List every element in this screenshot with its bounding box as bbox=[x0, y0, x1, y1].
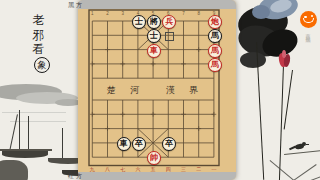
file-number-bottom: 一 bbox=[208, 166, 220, 172]
logo-smile-icon bbox=[303, 18, 314, 23]
seal-character: 象 bbox=[34, 57, 50, 73]
lotus-flower-blue bbox=[252, 5, 270, 19]
video-frame: 象 西瓜视频 黑方 红方 楚 河 漢 界 bbox=[0, 0, 320, 180]
piece-red-馬[interactable]: 馬 bbox=[208, 58, 222, 72]
boat-mast bbox=[62, 128, 63, 160]
file-number-top: 2 bbox=[102, 11, 114, 16]
xigua-video-logo-icon bbox=[300, 11, 317, 28]
last-move-from-marker bbox=[165, 32, 174, 41]
file-number-bottom: 五 bbox=[147, 166, 159, 172]
file-number-bottom: 三 bbox=[178, 166, 190, 172]
file-number-top: 4 bbox=[132, 11, 144, 16]
grass-stroke bbox=[306, 171, 320, 180]
file-number-bottom: 七 bbox=[117, 166, 129, 172]
branch bbox=[284, 150, 320, 155]
piece-black-將[interactable]: 將 bbox=[147, 15, 161, 29]
file-number-top: 6 bbox=[162, 11, 174, 16]
logo-eye-icon bbox=[311, 15, 314, 18]
boat bbox=[2, 151, 48, 158]
piece-black-車[interactable]: 車 bbox=[117, 137, 131, 151]
file-number-bottom: 九 bbox=[86, 166, 98, 172]
boat-rigging bbox=[9, 114, 18, 151]
boat-mast bbox=[19, 110, 20, 152]
red-side-label: 红方 bbox=[11, 172, 141, 180]
file-number-top: 3 bbox=[117, 11, 129, 16]
lotus-stem bbox=[279, 64, 284, 180]
file-number-bottom: 二 bbox=[193, 166, 205, 172]
file-number-bottom: 六 bbox=[132, 166, 144, 172]
boat-mast bbox=[28, 116, 29, 152]
file-number-top: 9 bbox=[208, 11, 220, 16]
file-number-top: 1 bbox=[86, 11, 98, 16]
water-line bbox=[2, 112, 66, 113]
calligraphy-character: 看 bbox=[31, 41, 46, 58]
piece-red-炮[interactable]: 炮 bbox=[208, 15, 222, 29]
file-number-bottom: 八 bbox=[102, 166, 114, 172]
file-number-top: 5 bbox=[147, 11, 159, 16]
piece-red-馬[interactable]: 馬 bbox=[208, 44, 222, 58]
piece-red-車[interactable]: 車 bbox=[147, 44, 161, 58]
lotus-stem bbox=[284, 70, 293, 130]
bird-icon bbox=[306, 144, 309, 145]
watermark-text: 西瓜视频 bbox=[305, 30, 311, 34]
lotus-bud bbox=[282, 50, 286, 58]
lotus-leaf bbox=[240, 52, 266, 68]
file-number-bottom: 四 bbox=[162, 166, 174, 172]
file-number-top: 7 bbox=[178, 11, 190, 16]
file-number-top: 8 bbox=[193, 11, 205, 16]
black-side-label: 黑方 bbox=[11, 1, 141, 10]
piece-black-卒[interactable]: 卒 bbox=[132, 137, 146, 151]
piece-black-士[interactable]: 士 bbox=[132, 15, 146, 29]
